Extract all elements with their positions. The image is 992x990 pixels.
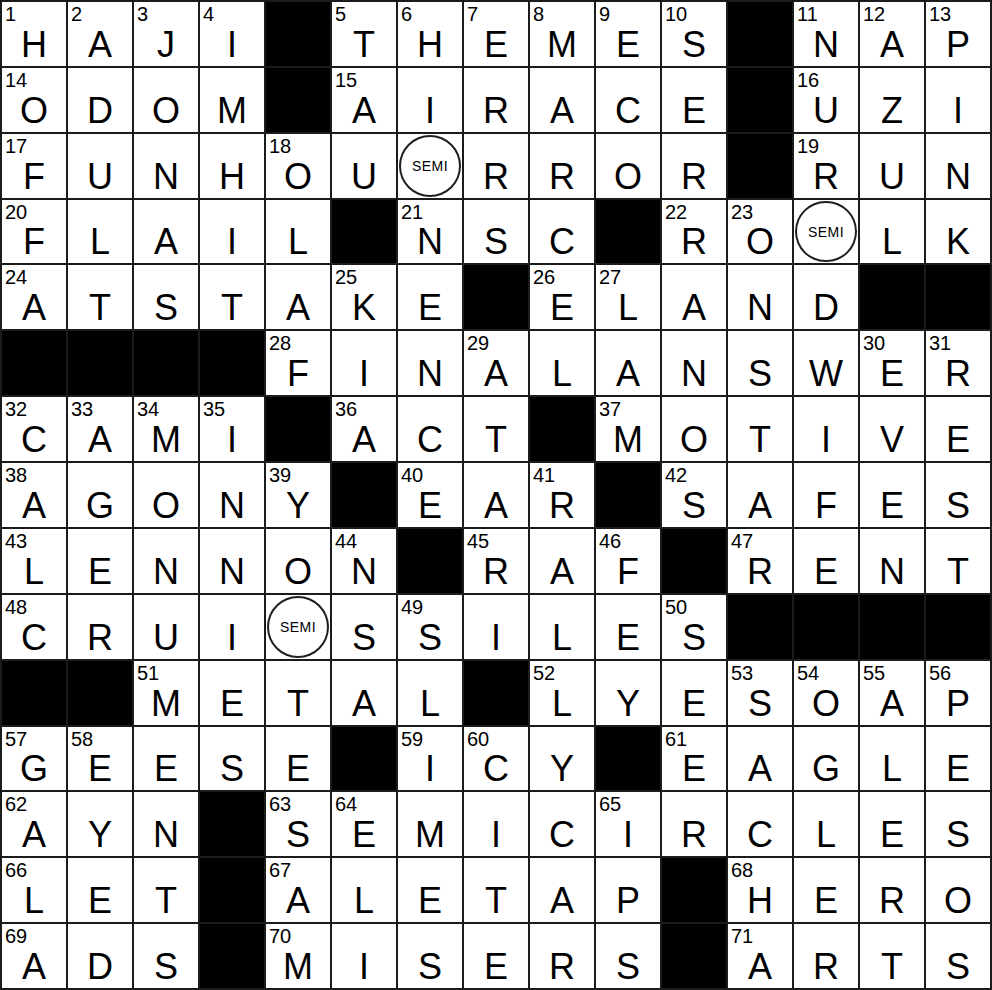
grid-cell[interactable]: 43L [2, 529, 66, 593]
grid-cell[interactable]: L [332, 858, 396, 922]
grid-cell[interactable]: A [662, 265, 726, 329]
grid-cell[interactable]: O [134, 463, 198, 527]
cell-letter: C [596, 93, 660, 129]
cell-letter: A [596, 356, 660, 392]
clue-number: 39 [269, 464, 291, 486]
grid-cell[interactable]: R [68, 595, 132, 659]
grid-cell[interactable]: R [860, 858, 924, 922]
grid-cell[interactable]: 68H [728, 858, 792, 922]
grid-cell[interactable]: L [68, 200, 132, 264]
grid-cell[interactable]: E [596, 595, 660, 659]
clue-number: 19 [797, 135, 819, 157]
grid-cell[interactable]: S [728, 331, 792, 395]
cell-letter: M [596, 422, 660, 458]
grid-cell[interactable]: 9E [596, 2, 660, 66]
crossword-grid: 1H2A3J4I5T6H7E8M9E10S11N12A13P14ODOM15AI… [0, 0, 992, 990]
grid-cell[interactable]: 51M [134, 661, 198, 725]
cell-letter: S [926, 949, 990, 985]
grid-cell[interactable]: E [398, 858, 462, 922]
cell-letter: O [134, 488, 198, 524]
clue-number: 1 [5, 3, 16, 25]
clue-number: 50 [665, 596, 687, 618]
grid-cell[interactable]: 37M [596, 397, 660, 461]
grid-cell[interactable]: R [530, 134, 594, 198]
grid-cell[interactable]: R [464, 134, 528, 198]
grid-cell[interactable]: 69A [2, 924, 66, 988]
grid-cell[interactable]: 42S [662, 463, 726, 527]
semi-rebus-circle: SEMI [267, 596, 329, 658]
cell-letter: I [200, 224, 264, 260]
grid-cell[interactable]: A [530, 68, 594, 132]
grid-cell[interactable]: O [662, 397, 726, 461]
grid-cell[interactable]: I [464, 595, 528, 659]
grid-cell[interactable]: W [794, 331, 858, 395]
grid-cell[interactable]: 31R [926, 331, 990, 395]
grid-cell[interactable]: E [860, 792, 924, 856]
grid-cell[interactable]: 17F [2, 134, 66, 198]
cell-letter: T [464, 422, 528, 458]
grid-cell[interactable]: 23O [728, 200, 792, 264]
cell-letter: I [200, 620, 264, 656]
clue-number: 21 [401, 201, 423, 223]
grid-cell[interactable]: 38A [2, 463, 66, 527]
black-cell [728, 595, 792, 659]
cell-letter: I [926, 93, 990, 129]
grid-cell[interactable]: A [728, 463, 792, 527]
grid-cell[interactable]: E [464, 924, 528, 988]
grid-cell[interactable]: E [794, 858, 858, 922]
semi-rebus-circle: SEMI [399, 135, 461, 197]
grid-cell[interactable]: T [728, 397, 792, 461]
grid-cell[interactable]: 66L [2, 858, 66, 922]
cell-letter: E [926, 751, 990, 787]
grid-cell[interactable]: 64E [332, 792, 396, 856]
cell-letter: T [332, 27, 396, 63]
cell-letter: N [398, 356, 462, 392]
cell-letter: L [530, 686, 594, 722]
grid-cell[interactable]: 28F [266, 331, 330, 395]
cell-letter: L [794, 817, 858, 853]
grid-cell[interactable]: 35I [200, 397, 264, 461]
rebus-text: SEMI [280, 620, 316, 634]
black-cell [596, 463, 660, 527]
cell-letter: A [68, 422, 132, 458]
black-cell [2, 661, 66, 725]
cell-letter: E [398, 488, 462, 524]
grid-cell[interactable]: E [68, 858, 132, 922]
grid-cell[interactable]: I [464, 792, 528, 856]
black-cell [530, 397, 594, 461]
grid-cell[interactable]: 59I [398, 727, 462, 791]
cell-letter: O [728, 224, 792, 260]
clue-number: 6 [401, 3, 412, 25]
grid-cell[interactable]: 3J [134, 2, 198, 66]
grid-cell[interactable]: 18O [266, 134, 330, 198]
cell-letter: A [728, 488, 792, 524]
grid-cell[interactable]: S [464, 200, 528, 264]
cell-letter: H [728, 883, 792, 919]
cell-letter: N [794, 27, 858, 63]
grid-cell[interactable]: 30E [860, 331, 924, 395]
grid-cell[interactable]: 25K [332, 265, 396, 329]
grid-cell[interactable]: Y [596, 661, 660, 725]
clue-number: 13 [929, 3, 951, 25]
grid-cell[interactable]: 60C [464, 727, 528, 791]
cell-letter: K [926, 224, 990, 260]
grid-cell[interactable]: E [794, 529, 858, 593]
grid-cell[interactable]: I [200, 595, 264, 659]
grid-cell[interactable]: I [926, 68, 990, 132]
black-cell [464, 265, 528, 329]
cell-letter: A [2, 488, 66, 524]
cell-letter: A [728, 949, 792, 985]
grid-cell[interactable]: 55A [860, 661, 924, 725]
cell-letter: F [2, 224, 66, 260]
grid-cell[interactable]: 7E [464, 2, 528, 66]
grid-cell[interactable]: 67A [266, 858, 330, 922]
clue-number: 38 [5, 464, 27, 486]
grid-cell[interactable]: 47R [728, 529, 792, 593]
grid-cell[interactable]: N [134, 134, 198, 198]
grid-cell[interactable]: L [530, 331, 594, 395]
cell-letter: E [200, 686, 264, 722]
grid-cell[interactable]: N [134, 529, 198, 593]
grid-cell[interactable]: 48C [2, 595, 66, 659]
grid-cell[interactable]: A [530, 529, 594, 593]
cell-letter: R [464, 554, 528, 590]
grid-cell[interactable]: 12A [860, 2, 924, 66]
cell-letter: I [200, 27, 264, 63]
grid-cell[interactable]: V [860, 397, 924, 461]
grid-cell[interactable]: A [530, 858, 594, 922]
grid-cell[interactable]: 27L [596, 265, 660, 329]
grid-cell[interactable]: T [464, 858, 528, 922]
grid-cell[interactable]: L [860, 727, 924, 791]
grid-cell[interactable]: A [332, 661, 396, 725]
grid-cell[interactable]: A [596, 331, 660, 395]
grid-cell[interactable]: R [464, 68, 528, 132]
grid-cell[interactable]: 6H [398, 2, 462, 66]
cell-letter: S [200, 751, 264, 787]
grid-cell[interactable]: L [530, 595, 594, 659]
cell-letter: F [794, 488, 858, 524]
cell-letter: J [134, 27, 198, 63]
clue-number: 42 [665, 464, 687, 486]
cell-letter: S [398, 620, 462, 656]
grid-cell[interactable]: N [926, 134, 990, 198]
grid-cell[interactable]: S [926, 463, 990, 527]
cell-letter: N [926, 159, 990, 195]
grid-cell[interactable]: A [728, 727, 792, 791]
grid-cell[interactable]: 5T [332, 2, 396, 66]
grid-cell[interactable]: I [794, 397, 858, 461]
clue-number: 18 [269, 135, 291, 157]
grid-cell[interactable]: SEMI [266, 595, 330, 659]
grid-cell[interactable]: 1H [2, 2, 66, 66]
grid-cell[interactable]: N [860, 529, 924, 593]
grid-cell[interactable]: E [68, 529, 132, 593]
black-cell [266, 2, 330, 66]
grid-cell[interactable]: SEMI [794, 200, 858, 264]
grid-cell[interactable]: N [200, 529, 264, 593]
cell-letter: E [68, 554, 132, 590]
clue-number: 30 [863, 332, 885, 354]
grid-cell[interactable]: 20F [2, 200, 66, 264]
cell-letter: R [662, 817, 726, 853]
grid-cell[interactable]: 16U [794, 68, 858, 132]
grid-cell[interactable]: M [398, 792, 462, 856]
grid-cell[interactable]: G [68, 463, 132, 527]
grid-cell[interactable]: D [794, 265, 858, 329]
grid-cell[interactable]: 44N [332, 529, 396, 593]
grid-cell[interactable]: I [200, 200, 264, 264]
grid-cell[interactable]: R [530, 924, 594, 988]
grid-cell[interactable]: T [464, 397, 528, 461]
grid-cell[interactable]: N [200, 463, 264, 527]
cell-letter: A [2, 290, 66, 326]
grid-cell[interactable]: 62A [2, 792, 66, 856]
grid-cell[interactable]: 15A [332, 68, 396, 132]
grid-cell[interactable]: 10S [662, 2, 726, 66]
grid-cell[interactable]: S [926, 924, 990, 988]
grid-cell[interactable]: 57G [2, 727, 66, 791]
cell-letter: D [68, 949, 132, 985]
cell-letter: N [398, 224, 462, 260]
grid-cell[interactable]: U [332, 134, 396, 198]
grid-cell[interactable]: Y [68, 792, 132, 856]
cell-letter: O [596, 159, 660, 195]
grid-cell[interactable]: C [530, 792, 594, 856]
grid-cell[interactable]: T [134, 858, 198, 922]
grid-cell[interactable]: A [464, 463, 528, 527]
grid-cell[interactable]: E [926, 727, 990, 791]
grid-cell[interactable]: O [596, 134, 660, 198]
clue-number: 52 [533, 662, 555, 684]
black-cell [728, 134, 792, 198]
cell-letter: C [530, 224, 594, 260]
grid-cell[interactable]: M [200, 68, 264, 132]
cell-letter: O [266, 554, 330, 590]
grid-cell[interactable]: L [860, 200, 924, 264]
grid-cell[interactable]: U [134, 595, 198, 659]
grid-cell[interactable]: 36A [332, 397, 396, 461]
grid-cell[interactable]: E [398, 265, 462, 329]
grid-cell[interactable]: 56P [926, 661, 990, 725]
black-cell [134, 331, 198, 395]
grid-cell[interactable]: H [200, 134, 264, 198]
grid-cell[interactable]: T [266, 661, 330, 725]
cell-letter: A [134, 224, 198, 260]
black-cell [68, 661, 132, 725]
clue-number: 14 [5, 69, 27, 91]
grid-cell[interactable]: R [662, 134, 726, 198]
grid-cell[interactable]: 33A [68, 397, 132, 461]
grid-cell[interactable]: 8M [530, 2, 594, 66]
grid-cell[interactable]: 61E [662, 727, 726, 791]
grid-cell[interactable]: O [134, 68, 198, 132]
grid-cell[interactable]: Y [530, 727, 594, 791]
cell-letter: O [662, 422, 726, 458]
grid-cell[interactable]: 41R [530, 463, 594, 527]
grid-cell[interactable]: S [200, 727, 264, 791]
grid-cell[interactable]: 22R [662, 200, 726, 264]
clue-number: 71 [731, 925, 753, 947]
grid-cell[interactable]: 40E [398, 463, 462, 527]
black-cell [662, 858, 726, 922]
cell-letter: I [200, 422, 264, 458]
grid-cell[interactable]: A [134, 200, 198, 264]
grid-cell[interactable]: 29A [464, 331, 528, 395]
grid-cell[interactable]: T [200, 265, 264, 329]
grid-cell[interactable]: 45R [464, 529, 528, 593]
clue-number: 15 [335, 69, 357, 91]
grid-cell[interactable]: 58E [68, 727, 132, 791]
grid-cell[interactable]: C [728, 792, 792, 856]
grid-cell[interactable]: S [398, 924, 462, 988]
grid-cell[interactable]: 46F [596, 529, 660, 593]
cell-letter: R [530, 949, 594, 985]
cell-letter: A [68, 27, 132, 63]
cell-letter: M [200, 93, 264, 129]
grid-cell[interactable]: S [332, 595, 396, 659]
grid-cell[interactable]: F [794, 463, 858, 527]
grid-cell[interactable]: U [68, 134, 132, 198]
grid-cell[interactable]: R [662, 792, 726, 856]
cell-letter: O [134, 93, 198, 129]
clue-number: 54 [797, 662, 819, 684]
black-cell [200, 792, 264, 856]
clue-number: 9 [599, 3, 610, 25]
clue-number: 66 [5, 859, 27, 881]
grid-cell[interactable]: K [926, 200, 990, 264]
grid-cell[interactable]: N [398, 331, 462, 395]
grid-cell[interactable]: E [926, 397, 990, 461]
grid-cell[interactable]: S [926, 792, 990, 856]
clue-number: 23 [731, 201, 753, 223]
clue-number: 61 [665, 728, 687, 750]
grid-cell[interactable]: 21N [398, 200, 462, 264]
grid-cell[interactable]: L [398, 661, 462, 725]
grid-cell[interactable]: 34M [134, 397, 198, 461]
grid-cell[interactable]: N [728, 265, 792, 329]
cell-letter: M [398, 817, 462, 853]
clue-number: 34 [137, 398, 159, 420]
grid-cell[interactable]: 70M [266, 924, 330, 988]
cell-letter: C [2, 620, 66, 656]
grid-cell[interactable]: E [134, 727, 198, 791]
cell-letter: N [200, 488, 264, 524]
grid-cell[interactable]: 2A [68, 2, 132, 66]
grid-cell[interactable]: C [398, 397, 462, 461]
grid-cell[interactable]: 49S [398, 595, 462, 659]
grid-cell[interactable]: 4I [200, 2, 264, 66]
grid-cell[interactable]: 39Y [266, 463, 330, 527]
grid-cell[interactable]: R [794, 924, 858, 988]
semi-rebus-circle: SEMI [795, 201, 857, 263]
grid-cell[interactable]: D [68, 68, 132, 132]
cell-letter: S [728, 356, 792, 392]
grid-cell[interactable]: P [596, 858, 660, 922]
grid-cell[interactable]: 14O [2, 68, 66, 132]
cell-letter: S [662, 27, 726, 63]
grid-cell[interactable]: O [266, 529, 330, 593]
grid-cell[interactable]: N [662, 331, 726, 395]
cell-letter: R [860, 883, 924, 919]
grid-cell[interactable]: O [926, 858, 990, 922]
grid-cell[interactable]: S [596, 924, 660, 988]
grid-cell[interactable]: 26E [530, 265, 594, 329]
grid-cell[interactable]: D [68, 924, 132, 988]
grid-cell[interactable]: E [266, 727, 330, 791]
grid-cell[interactable]: G [794, 727, 858, 791]
clue-number: 29 [467, 332, 489, 354]
cell-letter: I [398, 751, 462, 787]
grid-cell[interactable]: 32C [2, 397, 66, 461]
grid-cell[interactable]: 71A [728, 924, 792, 988]
grid-cell[interactable]: 24A [2, 265, 66, 329]
grid-cell[interactable]: E [662, 68, 726, 132]
grid-cell[interactable]: 63S [266, 792, 330, 856]
grid-cell[interactable]: E [200, 661, 264, 725]
cell-letter: R [530, 159, 594, 195]
grid-cell[interactable]: 50S [662, 595, 726, 659]
grid-cell[interactable]: 53S [728, 661, 792, 725]
cell-letter: F [596, 554, 660, 590]
black-cell [200, 924, 264, 988]
grid-cell[interactable]: C [530, 200, 594, 264]
grid-cell[interactable]: T [860, 924, 924, 988]
grid-cell[interactable]: 19R [794, 134, 858, 198]
grid-cell[interactable]: 52L [530, 661, 594, 725]
cell-letter: W [794, 356, 858, 392]
grid-cell[interactable]: I [398, 68, 462, 132]
grid-cell[interactable]: I [332, 924, 396, 988]
cell-letter: A [662, 290, 726, 326]
cell-letter: O [2, 93, 66, 129]
grid-cell[interactable]: SEMI [398, 134, 462, 198]
grid-cell[interactable]: T [68, 265, 132, 329]
grid-cell[interactable]: L [794, 792, 858, 856]
cell-letter: U [860, 159, 924, 195]
grid-cell[interactable]: C [596, 68, 660, 132]
grid-cell[interactable]: A [266, 265, 330, 329]
grid-cell[interactable]: T [926, 529, 990, 593]
grid-cell[interactable]: 13P [926, 2, 990, 66]
grid-cell[interactable]: U [860, 134, 924, 198]
grid-cell[interactable]: Z [860, 68, 924, 132]
black-cell [926, 595, 990, 659]
cell-letter: T [926, 554, 990, 590]
cell-letter: E [662, 93, 726, 129]
cell-letter: A [530, 93, 594, 129]
grid-cell[interactable]: 65I [596, 792, 660, 856]
grid-cell[interactable]: E [662, 661, 726, 725]
clue-number: 47 [731, 530, 753, 552]
cell-letter: T [68, 290, 132, 326]
grid-cell[interactable]: S [134, 265, 198, 329]
grid-cell[interactable]: 54O [794, 661, 858, 725]
cell-letter: A [266, 290, 330, 326]
grid-cell[interactable]: I [332, 331, 396, 395]
grid-cell[interactable]: L [266, 200, 330, 264]
grid-cell[interactable]: N [134, 792, 198, 856]
grid-cell[interactable]: E [860, 463, 924, 527]
cell-letter: S [398, 949, 462, 985]
grid-cell[interactable]: 11N [794, 2, 858, 66]
cell-letter: I [464, 817, 528, 853]
cell-letter: D [794, 290, 858, 326]
grid-cell[interactable]: S [134, 924, 198, 988]
